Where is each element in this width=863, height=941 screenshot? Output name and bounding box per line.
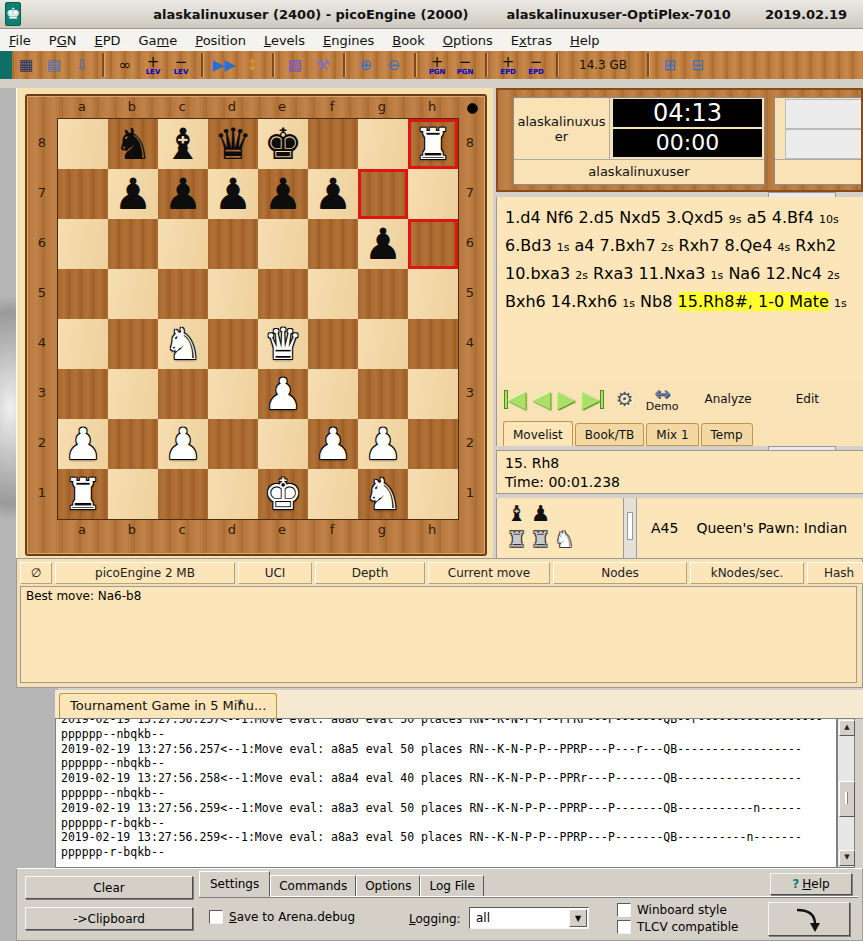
autoplay-icon[interactable]: ▶▶ <box>212 53 236 77</box>
move-list-line: 10.bxa3 2s Rxa3 11.Nxa3 1s Na6 12.Nc4 2s <box>505 261 863 289</box>
square-b3[interactable] <box>108 369 158 419</box>
log-line: 2019-02-19 13:27:56.259<--1:Move eval: a… <box>61 830 836 845</box>
square-d8[interactable]: ♛ <box>208 119 258 169</box>
clear-button[interactable]: Clear <box>25 876 193 899</box>
engine-settings-icon[interactable]: ⚙ <box>616 387 634 411</box>
captured-and-opening: ♝♟ ♜♜♞ A45 Queen's Pawn: Indian <box>496 498 863 558</box>
black-pawn-f7[interactable]: ♟ <box>308 169 358 219</box>
white-queen-e4[interactable]: ♛ <box>258 319 308 369</box>
square-d5[interactable] <box>208 269 258 319</box>
level-minus-icon[interactable]: −LEV <box>169 53 193 77</box>
go-to-end-button[interactable]: ▶ <box>582 387 604 411</box>
square-b4[interactable] <box>108 319 158 369</box>
toolbar-separator <box>272 53 275 77</box>
square-f1[interactable] <box>308 469 358 519</box>
square-h3[interactable] <box>408 369 458 419</box>
square-a5[interactable] <box>58 269 108 319</box>
log-line: 2019-02-19 13:27:56.258<--1:Move eval: a… <box>61 771 836 786</box>
square-d3[interactable] <box>208 369 258 419</box>
log-line: 2019-02-19 13:27:56.259<--1:Move eval: a… <box>61 801 836 816</box>
square-g2[interactable]: ♟ <box>358 419 408 469</box>
engine-col-picoengine-2-mb: picoEngine 2 MB <box>55 562 235 584</box>
square-b7[interactable]: ♟ <box>108 169 158 219</box>
black-player-label: picoEngine <box>775 159 863 184</box>
captured-gray-rook: ♜ <box>507 527 527 553</box>
square-d2[interactable] <box>208 419 258 469</box>
square-d6[interactable] <box>208 219 258 269</box>
file-labels-bottom: abcdefgh <box>57 522 457 537</box>
engine-col-current-move: Current move <box>428 562 550 584</box>
window-title-players: alaskalinuxuser (2400) - picoEngine (200… <box>153 7 468 22</box>
black-bishop-c8[interactable]: ♝ <box>158 119 208 169</box>
white-pawn-a2[interactable]: ♟ <box>58 419 108 469</box>
file-labels-top: abcdefgh <box>57 99 457 114</box>
menu-bar: FilePGNEPDGamePositionLevelsEnginesBookO… <box>0 29 863 51</box>
square-c5[interactable] <box>158 269 208 319</box>
square-h1[interactable] <box>408 469 458 519</box>
captured-gray-rook: ♜ <box>531 527 551 553</box>
dropdown-arrow-icon[interactable]: ▼ <box>569 909 587 927</box>
white-rook-a1[interactable]: ♜ <box>58 469 108 519</box>
square-e4[interactable]: ♛ <box>258 319 308 369</box>
toolbar-separator <box>485 53 488 77</box>
tab-divider <box>199 896 858 897</box>
chess-board[interactable]: abcdefgh abcdefgh 87654321 87654321 ♞♝♛♚… <box>25 94 487 556</box>
epd-plus-icon[interactable]: +EPD <box>496 53 520 77</box>
tray-splitter[interactable] <box>624 498 637 558</box>
black-pawn-d7[interactable]: ♟ <box>208 169 258 219</box>
captured-white-knight: ♞ <box>554 527 574 553</box>
open-file-icon[interactable]: ▤ <box>42 53 66 77</box>
white-secondary-clock: 00:00 <box>613 129 762 157</box>
menu-help[interactable]: Help <box>561 31 609 50</box>
level-plus-icon[interactable]: +LEV <box>141 53 165 77</box>
winboard-style-checkbox[interactable]: Winboard style <box>617 903 727 917</box>
checkbox-box[interactable] <box>617 903 631 917</box>
restore-icon[interactable]: ⊟ <box>686 53 710 77</box>
log-line: pppppp--nbqkb-- <box>61 756 836 771</box>
square-c6[interactable] <box>158 219 208 269</box>
engine-col-uci: UCI <box>238 562 312 584</box>
white-player-label: alaskalinuxuser <box>514 159 764 184</box>
tools-icon[interactable]: ⚒ <box>311 53 335 77</box>
square-b1[interactable] <box>108 469 158 519</box>
square-g4[interactable] <box>358 319 408 369</box>
square-b6[interactable] <box>108 219 158 269</box>
logging-dropdown[interactable]: all ▼ <box>469 907 589 929</box>
engine-col--: ∅ <box>20 562 52 584</box>
go-to-start-button[interactable]: ◀ <box>504 387 526 411</box>
help-button[interactable]: ? Help <box>770 873 852 895</box>
toolbar-separator <box>102 53 105 77</box>
captured-pieces-tray: ♝♟ ♜♜♞ <box>496 498 624 558</box>
toolbar-separator <box>647 53 650 77</box>
square-d1[interactable] <box>208 469 258 519</box>
tlcv-compatible-checkbox[interactable]: TLCV compatible <box>617 920 738 934</box>
back-button[interactable]: ◀ <box>533 387 551 411</box>
white-rook-h8[interactable]: ♜ <box>408 119 458 169</box>
black-knight-b8[interactable]: ♞ <box>108 119 158 169</box>
square-d7[interactable]: ♟ <box>208 169 258 219</box>
square-f8[interactable] <box>308 119 358 169</box>
clock-section: alaskalinuxuser 04:13 00:00 alaskalinuxu… <box>496 88 863 192</box>
white-knight-c4[interactable]: ♞ <box>158 319 208 369</box>
title-bar[interactable]: ♚ alaskalinuxuser (2400) - picoEngine (2… <box>0 0 863 29</box>
analyze-button[interactable]: Analyze <box>704 392 751 406</box>
board-squares[interactable]: ♞♝♛♚♜♟♟♟♟♟♟♞♛♟♟♟♟♟♜♚♞ <box>57 118 459 520</box>
current-move: 15. Rh8 <box>505 454 855 473</box>
flip-board-icon[interactable]: ↕ <box>240 53 264 77</box>
captured-black-bishop: ♝ <box>507 501 527 527</box>
engine-panel: ∅picoEngine 2 MBUCIDepthCurrent moveNode… <box>16 558 863 688</box>
square-a3[interactable] <box>58 369 108 419</box>
eco-code: A45 <box>651 520 678 536</box>
menu-pgn[interactable]: PGN <box>40 31 86 50</box>
white-player-name: alaskalinuxuser <box>514 98 610 159</box>
square-c8[interactable]: ♝ <box>158 119 208 169</box>
engine-output: Best move: Na6-b8 <box>20 586 857 683</box>
send-return-button[interactable] <box>768 902 850 936</box>
square-c3[interactable] <box>158 369 208 419</box>
move-list[interactable]: 1.d4 Nf6 2.d5 Nxd5 3.Qxd5 9s a5 4.Bf4 10… <box>496 197 863 382</box>
epd-minus-icon[interactable]: −EPD <box>524 53 548 77</box>
square-a7[interactable] <box>58 169 108 219</box>
toolbar-separator <box>343 53 346 77</box>
move-list-line: 6.Bd3 1s a4 7.Bxh7 2s Rxh7 8.Qe4 4s Rxh2 <box>505 233 863 261</box>
settings-tabs: SettingsCommandsOptionsLog File <box>199 871 484 897</box>
menu-book[interactable]: Book <box>383 31 433 50</box>
black-pawn-g6[interactable]: ♟ <box>358 219 408 269</box>
tab-book-tb[interactable]: Book/TB <box>575 423 644 446</box>
demo-arrows-icon: ↔ <box>654 386 670 400</box>
board-panel: abcdefgh abcdefgh 87654321 87654321 ♞♝♛♚… <box>16 88 493 558</box>
move-info-box: 15. Rh8 Time: 00:01.238 <box>496 450 863 494</box>
white-pawn-e3[interactable]: ♟ <box>258 369 308 419</box>
rank-labels-left: 87654321 <box>32 118 52 518</box>
logging-label: Logging: <box>409 912 461 926</box>
tab-movelist[interactable]: Movelist <box>503 421 573 446</box>
engine-col-depth: Depth <box>315 562 425 584</box>
square-c7[interactable]: ♟ <box>158 169 208 219</box>
bottom-bar: Clear ->Clipboard SettingsCommandsOption… <box>16 868 863 941</box>
white-knight-g1[interactable]: ♞ <box>358 469 408 519</box>
tab-temp[interactable]: Temp <box>701 423 753 446</box>
to-clipboard-button[interactable]: ->Clipboard <box>25 907 193 930</box>
square-f4[interactable] <box>308 319 358 369</box>
opening-name: Queen's Pawn: Indian <box>696 520 847 536</box>
new-board-icon[interactable]: ▦ <box>14 53 38 77</box>
setup-position-icon[interactable]: ▧ <box>283 53 307 77</box>
debug-log[interactable]: 2019-02-19 13:27:56.257<--1:Move eval: a… <box>55 718 837 868</box>
tab-mix-1[interactable]: Mix 1 <box>646 423 698 446</box>
mate-result-highlight: 15.Rh8#, 1-0 Mate <box>678 292 829 311</box>
square-e3[interactable]: ♟ <box>258 369 308 419</box>
white-clock-block: alaskalinuxuser 04:13 00:00 alaskalinuxu… <box>513 97 765 185</box>
square-a2[interactable]: ♟ <box>58 419 108 469</box>
square-c1[interactable] <box>158 469 208 519</box>
square-h7[interactable] <box>408 169 458 219</box>
square-h5[interactable] <box>408 269 458 319</box>
engine-header-row: ∅picoEngine 2 MBUCIDepthCurrent moveNode… <box>20 562 863 584</box>
navigation-row: ◀ ◀ ▶ ▶ ⚙ ↔ Demo Analyze Edit <box>496 382 863 416</box>
square-a8[interactable] <box>58 119 108 169</box>
square-e1[interactable]: ♚ <box>258 469 308 519</box>
square-e7[interactable]: ♟ <box>258 169 308 219</box>
square-h2[interactable] <box>408 419 458 469</box>
scroll-up-icon[interactable]: ▲ <box>839 720 855 736</box>
app-king-icon: ♚ <box>5 2 21 26</box>
logging-value: all <box>476 911 490 925</box>
square-g3[interactable] <box>358 369 408 419</box>
toolbar: ▦▤⇩∞+LEV−LEV▶▶↕▧⚒⊕⊖+PGN−PGN+EPD−EPD14.3 … <box>0 51 863 79</box>
square-e6[interactable] <box>258 219 308 269</box>
square-b2[interactable] <box>108 419 158 469</box>
toolbar-separator <box>556 53 559 77</box>
square-h6[interactable] <box>408 219 458 269</box>
pgn-plus-icon[interactable]: +PGN <box>425 53 449 77</box>
square-f5[interactable] <box>308 269 358 319</box>
black-king-e8[interactable]: ♚ <box>258 119 308 169</box>
movelist-tabs: MovelistBook/TBMix 1Temp <box>496 416 863 446</box>
black-main-clock: 05:0 <box>785 99 863 129</box>
square-c4[interactable]: ♞ <box>158 319 208 369</box>
game-tab-modified-flag: * <box>237 696 244 711</box>
log-line: pppppp-r-bqkb-- <box>61 845 836 860</box>
square-h4[interactable] <box>408 319 458 369</box>
square-f3[interactable] <box>308 369 358 419</box>
infinite-analysis-icon[interactable]: ∞ <box>113 53 137 77</box>
save-icon[interactable]: ⇩ <box>70 53 94 77</box>
zoom-in-icon[interactable]: ⊕ <box>354 53 378 77</box>
window-title-date: 2019.02.19 <box>765 7 847 22</box>
scrollbar-thumb[interactable] <box>839 781 855 817</box>
curved-arrow-icon <box>789 904 829 934</box>
square-f2[interactable]: ♟ <box>308 419 358 469</box>
window-title-host: alaskalinuxuser-OptiPlex-7010 <box>507 7 731 22</box>
square-e2[interactable] <box>258 419 308 469</box>
toolbar-left-cap <box>0 51 12 79</box>
bottom-tab-options[interactable]: Options <box>356 875 420 897</box>
engine-col-knodes-sec-: kNodes/sec. <box>690 562 804 584</box>
move-list-line: 1.d4 Nf6 2.d5 Nxd5 3.Qxd5 9s a5 4.Bf4 10… <box>505 205 863 233</box>
square-g8[interactable] <box>358 119 408 169</box>
maximize-icon[interactable]: ⊞ <box>658 53 682 77</box>
edit-button[interactable]: Edit <box>796 392 819 406</box>
toolbar-separator <box>414 53 417 77</box>
menu-file[interactable]: File <box>0 31 40 50</box>
square-a4[interactable] <box>58 319 108 369</box>
game-tab-row: Tournament Game in 5 Minu... * <box>55 690 863 719</box>
black-secondary-clock: 00:0 <box>785 129 863 159</box>
menu-position[interactable]: Position <box>186 31 255 50</box>
free-memory-label: 14.3 GB <box>565 58 641 72</box>
white-pawn-c2[interactable]: ♟ <box>158 419 208 469</box>
engine-col-nodes: Nodes <box>553 562 687 584</box>
white-pawn-f2[interactable]: ♟ <box>308 419 358 469</box>
rank-labels-right: 87654321 <box>460 118 480 518</box>
black-clock-block: 05:0 00:0 picoEngine <box>774 97 863 185</box>
side-to-move-indicator <box>467 103 478 114</box>
scroll-down-icon[interactable]: ▼ <box>839 850 855 866</box>
square-d4[interactable] <box>208 319 258 369</box>
square-b5[interactable] <box>108 269 158 319</box>
square-c2[interactable]: ♟ <box>158 419 208 469</box>
menu-levels[interactable]: Levels <box>255 31 314 50</box>
zoom-out-icon[interactable]: ⊖ <box>382 53 406 77</box>
black-pawn-b7[interactable]: ♟ <box>108 169 158 219</box>
menu-engines[interactable]: Engines <box>314 31 383 50</box>
menu-options[interactable]: Options <box>434 31 502 50</box>
bottom-tab-log-file[interactable]: Log File <box>420 875 483 897</box>
black-pawn-c7[interactable]: ♟ <box>158 169 208 219</box>
white-pawn-g2[interactable]: ♟ <box>358 419 408 469</box>
forward-button[interactable]: ▶ <box>557 387 575 411</box>
log-line: pppppp--nbqkb-- <box>61 786 836 801</box>
move-time: Time: 00:01.238 <box>505 473 855 492</box>
square-h8[interactable]: ♜ <box>408 119 458 169</box>
square-e5[interactable] <box>258 269 308 319</box>
square-a6[interactable] <box>58 219 108 269</box>
log-line: pppppp-r-bqkb-- <box>61 816 836 831</box>
game-tab[interactable]: Tournament Game in 5 Minu... <box>59 693 277 718</box>
checkbox-box[interactable] <box>209 910 223 924</box>
square-e8[interactable]: ♚ <box>258 119 308 169</box>
save-debug-checkbox[interactable]: Save to Arena.debug <box>209 910 355 924</box>
checkbox-box[interactable] <box>617 920 631 934</box>
square-f6[interactable] <box>308 219 358 269</box>
menu-epd[interactable]: EPD <box>85 31 129 50</box>
help-question-icon: ? <box>792 877 799 891</box>
bottom-tab-commands[interactable]: Commands <box>270 875 356 897</box>
square-g1[interactable]: ♞ <box>358 469 408 519</box>
square-g7[interactable] <box>358 169 408 219</box>
black-queen-d8[interactable]: ♛ <box>208 119 258 169</box>
square-g5[interactable] <box>358 269 408 319</box>
square-a1[interactable]: ♜ <box>58 469 108 519</box>
pgn-minus-icon[interactable]: −PGN <box>453 53 477 77</box>
log-line: 2019-02-19 13:27:56.257<--1:Move eval: a… <box>61 718 836 727</box>
square-g6[interactable]: ♟ <box>358 219 408 269</box>
demo-button[interactable]: ↔ Demo <box>646 386 679 413</box>
opening-info: A45 Queen's Pawn: Indian <box>637 498 863 558</box>
toolbar-separator <box>201 53 204 77</box>
menu-extras[interactable]: Extras <box>502 31 561 50</box>
log-line: pppppp--nbqkb-- <box>61 727 836 742</box>
log-scrollbar[interactable]: ▲ ▼ <box>837 718 855 868</box>
square-b8[interactable]: ♞ <box>108 119 158 169</box>
menu-game[interactable]: Game <box>130 31 187 50</box>
black-pawn-e7[interactable]: ♟ <box>258 169 308 219</box>
square-f7[interactable]: ♟ <box>308 169 358 219</box>
white-king-e1[interactable]: ♚ <box>258 469 308 519</box>
engine-col-hash: Hash <box>807 562 863 584</box>
captured-black-pawn: ♟ <box>531 501 551 527</box>
arena-chess-gui: { "game": "chess", "position": { "fen": … <box>0 0 863 941</box>
log-line: 2019-02-19 13:27:56.257<--1:Move eval: a… <box>61 742 836 757</box>
white-main-clock: 04:13 <box>613 99 762 127</box>
bottom-tab-settings[interactable]: Settings <box>199 871 270 897</box>
move-list-line: Bxh6 14.Rxh6 1s Nb8 15.Rh8#, 1-0 Mate 1s <box>505 289 863 317</box>
